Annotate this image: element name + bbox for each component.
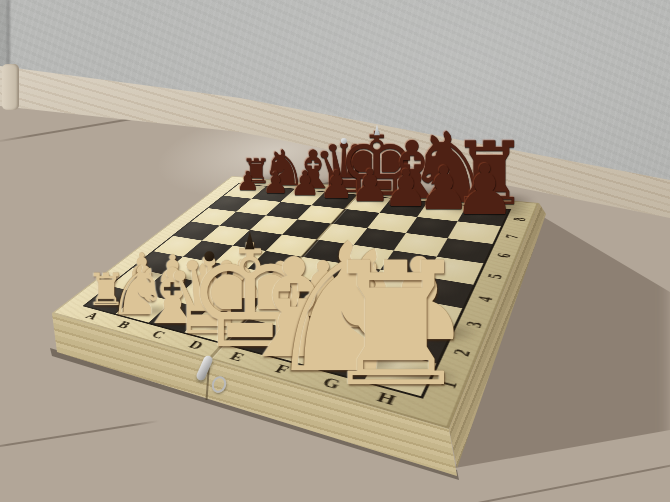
rank-label-4: 4 bbox=[470, 291, 499, 307]
piece-black-pawn-b7: ♟ bbox=[262, 167, 289, 197]
piece-black-pawn-a7: ♟ bbox=[236, 167, 259, 193]
baseboard-end-cap bbox=[2, 64, 19, 110]
piece-black-pawn-d7: ♟ bbox=[319, 166, 354, 205]
wall-corner-shadow bbox=[7, 0, 10, 70]
rank-label-6: 6 bbox=[491, 249, 517, 262]
piece-black-pawn-c7: ♟ bbox=[290, 167, 320, 201]
photo-scene: ABCDEFGH12345678 ♜♞♝♛♚♝♞♜♟♟♟♟♟♟♟♟♟♟♟♟♟♟♟… bbox=[0, 0, 670, 502]
rank-label-5: 5 bbox=[481, 269, 509, 283]
piece-white-rook-h1: ♜ bbox=[320, 240, 473, 411]
rank-label-7: 7 bbox=[499, 231, 524, 243]
piece-black-pawn-h7: ♟ bbox=[453, 155, 516, 225]
